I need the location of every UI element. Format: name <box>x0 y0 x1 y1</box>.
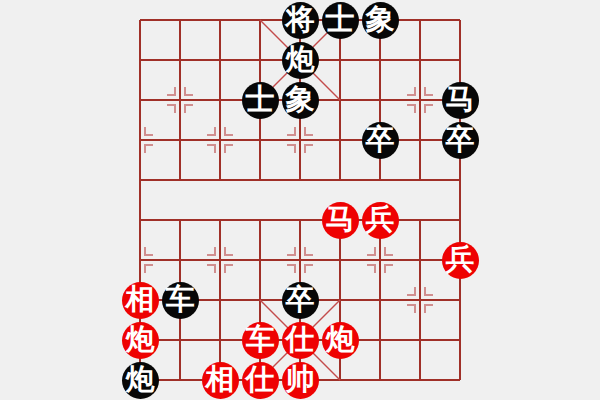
piece-red-soldier[interactable]: 兵 <box>362 202 399 239</box>
piece-red-soldier[interactable]: 兵 <box>442 242 479 279</box>
piece-char: 象 <box>366 1 395 38</box>
piece-char: 士 <box>246 81 275 118</box>
piece-red-chariot[interactable]: 车 <box>242 322 279 359</box>
piece-char: 士 <box>326 1 355 38</box>
piece-char: 炮 <box>126 361 155 398</box>
piece-char: 卒 <box>446 121 475 158</box>
piece-black-advisor[interactable]: 士 <box>242 82 279 119</box>
piece-black-cannon[interactable]: 炮 <box>122 362 159 399</box>
piece-black-horse[interactable]: 马 <box>442 82 479 119</box>
piece-red-advisor[interactable]: 仕 <box>242 362 279 399</box>
piece-black-cannon[interactable]: 炮 <box>282 42 319 79</box>
piece-black-soldier[interactable]: 卒 <box>442 122 479 159</box>
piece-char: 炮 <box>326 321 355 358</box>
piece-char: 炮 <box>126 321 155 358</box>
piece-char: 兵 <box>446 241 475 278</box>
piece-char: 马 <box>446 81 475 118</box>
piece-char: 兵 <box>366 201 395 238</box>
piece-red-elephant[interactable]: 相 <box>122 282 159 319</box>
piece-black-chariot[interactable]: 车 <box>162 282 199 319</box>
piece-black-elephant[interactable]: 象 <box>282 82 319 119</box>
piece-black-elephant[interactable]: 象 <box>362 2 399 39</box>
piece-char: 帅 <box>286 361 315 398</box>
piece-black-soldier[interactable]: 卒 <box>282 282 319 319</box>
piece-char: 车 <box>166 281 195 318</box>
pieces-layer: 将士象炮士象马卒卒马兵兵相车卒炮车仕炮炮相仕帅 <box>120 0 480 400</box>
piece-char: 将 <box>286 1 315 38</box>
piece-char: 象 <box>286 81 315 118</box>
piece-char: 车 <box>246 321 275 358</box>
piece-char: 炮 <box>286 41 315 78</box>
piece-red-general[interactable]: 帅 <box>282 362 319 399</box>
piece-char: 卒 <box>366 121 395 158</box>
piece-char: 相 <box>206 361 235 398</box>
piece-char: 相 <box>126 281 155 318</box>
piece-char: 卒 <box>286 281 315 318</box>
piece-black-advisor[interactable]: 士 <box>322 2 359 39</box>
xiangqi-screenshot: 将士象炮士象马卒卒马兵兵相车卒炮车仕炮炮相仕帅 <box>0 0 600 400</box>
piece-black-general[interactable]: 将 <box>282 2 319 39</box>
piece-char: 仕 <box>286 321 315 358</box>
piece-red-advisor[interactable]: 仕 <box>282 322 319 359</box>
piece-char: 马 <box>326 201 355 238</box>
piece-black-soldier[interactable]: 卒 <box>362 122 399 159</box>
piece-red-cannon[interactable]: 炮 <box>322 322 359 359</box>
piece-red-horse[interactable]: 马 <box>322 202 359 239</box>
piece-red-elephant[interactable]: 相 <box>202 362 239 399</box>
piece-red-cannon[interactable]: 炮 <box>122 322 159 359</box>
piece-char: 仕 <box>246 361 275 398</box>
